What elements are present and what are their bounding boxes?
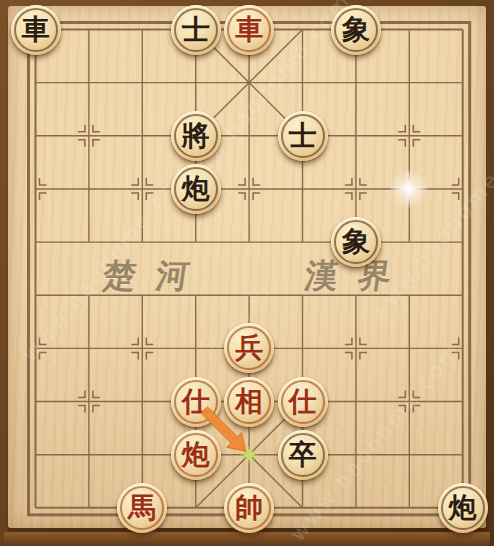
piece-character: 將 [171,111,221,161]
piece-character: 卒 [278,430,328,480]
piece-red-兵[interactable]: 兵 [224,323,274,373]
piece-character: 相 [224,377,274,427]
piece-character: 象 [331,5,381,55]
piece-character: 馬 [117,483,167,533]
piece-red-仕[interactable]: 仕 [171,377,221,427]
piece-character: 炮 [438,483,488,533]
piece-character: 車 [224,5,274,55]
piece-black-卒[interactable]: 卒 [278,430,328,480]
xiangqi-board[interactable] [8,6,486,528]
piece-black-象[interactable]: 象 [331,5,381,55]
piece-black-炮[interactable]: 炮 [438,483,488,533]
piece-character: 兵 [224,323,274,373]
piece-black-士[interactable]: 士 [278,111,328,161]
piece-character: 帥 [224,483,274,533]
piece-red-車[interactable]: 車 [224,5,274,55]
piece-black-士[interactable]: 士 [171,5,221,55]
xiangqi-app-window: 楚河 漢界 www.haohome.com www.haohome.com ww… [0,0,494,546]
piece-character: 炮 [171,430,221,480]
river-label-chu: 楚河 [100,254,212,299]
piece-black-炮[interactable]: 炮 [171,164,221,214]
piece-red-帥[interactable]: 帥 [224,483,274,533]
board-front-edge [4,532,490,546]
piece-black-車[interactable]: 車 [11,5,61,55]
piece-character: 仕 [278,377,328,427]
piece-character: 仕 [171,377,221,427]
piece-black-象[interactable]: 象 [331,217,381,267]
piece-red-炮[interactable]: 炮 [171,430,221,480]
piece-character: 炮 [171,164,221,214]
piece-character: 士 [278,111,328,161]
piece-red-仕[interactable]: 仕 [278,377,328,427]
piece-black-將[interactable]: 將 [171,111,221,161]
piece-red-相[interactable]: 相 [224,377,274,427]
piece-character: 車 [11,5,61,55]
piece-red-馬[interactable]: 馬 [117,483,167,533]
piece-character: 象 [331,217,381,267]
piece-character: 士 [171,5,221,55]
